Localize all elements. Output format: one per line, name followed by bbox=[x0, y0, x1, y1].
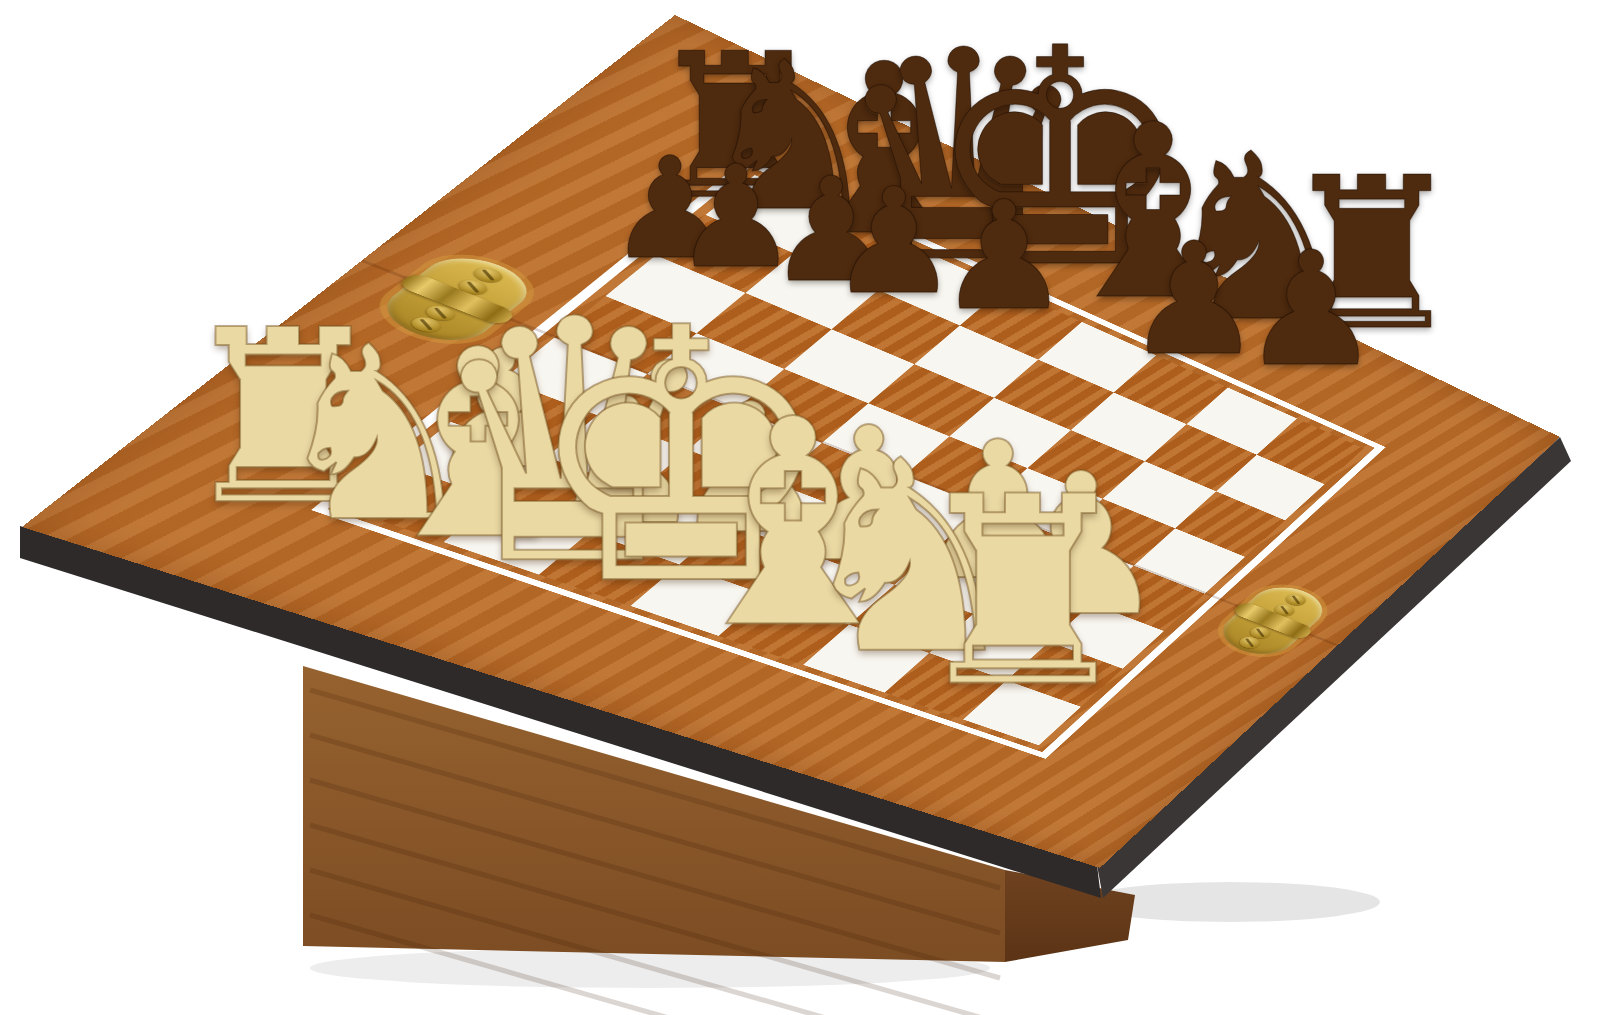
hinge-knuckle-icon bbox=[1231, 601, 1315, 641]
piece-white-rook-h1[interactable]: ♜ bbox=[906, 462, 1139, 722]
piece-black-pawn-e7[interactable]: ♟ bbox=[937, 181, 1071, 331]
product-photo-scene: ♜♞♝♛♚♝♞♜♟♟♟♟♟♟♟♜♞♝♛♚♝♞♜♟♟♟♟♟♟ bbox=[0, 0, 1600, 1015]
brass-hinge-right-icon bbox=[1210, 579, 1335, 662]
piece-black-pawn-h7[interactable]: ♟ bbox=[1240, 230, 1382, 388]
